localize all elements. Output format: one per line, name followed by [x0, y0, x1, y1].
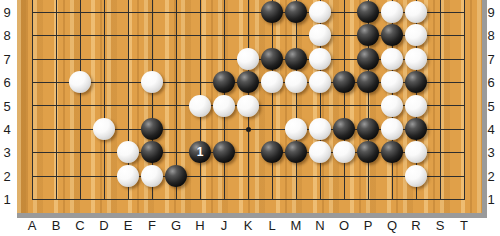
coord-label-right-5: 5 [484, 99, 498, 114]
coord-label-right-8: 8 [484, 28, 498, 43]
stone-white-R7[interactable] [405, 48, 427, 70]
coord-label-right-1: 1 [484, 192, 498, 207]
stone-white-M6[interactable] [285, 71, 307, 93]
stone-black-J6[interactable] [213, 71, 235, 93]
star-point-K4 [246, 127, 251, 132]
coord-label-col-Q: Q [381, 218, 403, 233]
coord-label-col-B: B [45, 218, 67, 233]
coord-label-col-O: O [333, 218, 355, 233]
stone-white-F6[interactable] [141, 71, 163, 93]
coord-label-col-P: P [357, 218, 379, 233]
stone-black-F4[interactable] [141, 118, 163, 140]
go-board-diagram: 1 ABCDEFGHJKLMNOPQRST998877665544332211 [0, 0, 500, 236]
coord-label-col-N: N [309, 218, 331, 233]
stone-white-N4[interactable] [309, 118, 331, 140]
stone-black-R6[interactable] [405, 71, 427, 93]
stone-black-O4[interactable] [333, 118, 355, 140]
coord-label-right-4: 4 [484, 122, 498, 137]
coord-label-right-9: 9 [484, 5, 498, 20]
stone-white-Q9[interactable] [381, 1, 403, 23]
move-number-label-H3: 1 [189, 141, 211, 163]
stone-white-H5[interactable] [189, 95, 211, 117]
stone-white-Q4[interactable] [381, 118, 403, 140]
coord-label-left-9: 9 [0, 5, 14, 20]
stone-white-N7[interactable] [309, 48, 331, 70]
stone-white-R9[interactable] [405, 1, 427, 23]
coord-label-col-C: C [69, 218, 91, 233]
stone-black-P6[interactable] [357, 71, 379, 93]
coord-label-left-4: 4 [0, 122, 14, 137]
coord-label-left-6: 6 [0, 75, 14, 90]
stone-black-G2[interactable] [165, 165, 187, 187]
stone-white-J5[interactable] [213, 95, 235, 117]
stone-white-Q5[interactable] [381, 95, 403, 117]
coord-label-left-3: 3 [0, 145, 14, 160]
coord-label-left-7: 7 [0, 52, 14, 67]
stone-white-E2[interactable] [117, 165, 139, 187]
stone-white-N6[interactable] [309, 71, 331, 93]
stone-white-C6[interactable] [69, 71, 91, 93]
coord-label-col-E: E [117, 218, 139, 233]
coord-label-col-D: D [93, 218, 115, 233]
stone-black-O6[interactable] [333, 71, 355, 93]
stone-black-M9[interactable] [285, 1, 307, 23]
stone-black-L9[interactable] [261, 1, 283, 23]
stone-black-R4[interactable] [405, 118, 427, 140]
coord-label-col-A: A [21, 218, 43, 233]
coord-label-col-L: L [261, 218, 283, 233]
coord-label-col-M: M [285, 218, 307, 233]
stone-white-F2[interactable] [141, 165, 163, 187]
coord-label-col-S: S [429, 218, 451, 233]
stone-black-P7[interactable] [357, 48, 379, 70]
coord-label-col-G: G [165, 218, 187, 233]
stone-white-M4[interactable] [285, 118, 307, 140]
stone-white-K7[interactable] [237, 48, 259, 70]
coord-label-left-5: 5 [0, 99, 14, 114]
coord-label-right-2: 2 [484, 169, 498, 184]
coord-label-right-6: 6 [484, 75, 498, 90]
coord-label-col-K: K [237, 218, 259, 233]
coord-label-col-T: T [453, 218, 475, 233]
coord-label-left-8: 8 [0, 28, 14, 43]
stone-white-L6[interactable] [261, 71, 283, 93]
stone-black-P9[interactable] [357, 1, 379, 23]
coord-label-col-F: F [141, 218, 163, 233]
stone-black-L7[interactable] [261, 48, 283, 70]
coord-label-right-3: 3 [484, 145, 498, 160]
coord-label-col-J: J [213, 218, 235, 233]
stone-black-H3[interactable]: 1 [189, 141, 211, 163]
coord-label-col-R: R [405, 218, 427, 233]
stone-white-Q6[interactable] [381, 71, 403, 93]
coord-label-left-2: 2 [0, 169, 14, 184]
stone-white-K5[interactable] [237, 95, 259, 117]
coord-label-left-1: 1 [0, 192, 14, 207]
stone-white-Q7[interactable] [381, 48, 403, 70]
stone-white-R5[interactable] [405, 95, 427, 117]
coord-label-right-7: 7 [484, 52, 498, 67]
stone-black-K6[interactable] [237, 71, 259, 93]
coord-label-col-H: H [189, 218, 211, 233]
stone-white-N9[interactable] [309, 1, 331, 23]
stone-black-M7[interactable] [285, 48, 307, 70]
stone-white-R2[interactable] [405, 165, 427, 187]
stone-white-D4[interactable] [93, 118, 115, 140]
stone-black-P4[interactable] [357, 118, 379, 140]
